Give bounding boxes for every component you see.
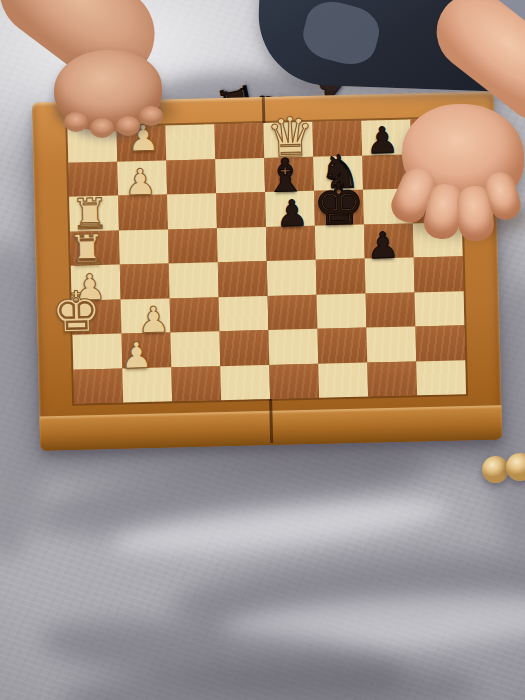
black-pawn-in-hand-h7: ♟ — [426, 160, 450, 187]
square-f3 — [317, 293, 367, 329]
square-d3 — [219, 295, 269, 331]
square-g6 — [363, 188, 413, 224]
square-f4 — [316, 259, 366, 295]
knuckle — [116, 116, 140, 136]
square-d1 — [220, 364, 270, 400]
square-d7 — [215, 158, 265, 194]
square-d6 — [216, 192, 266, 228]
white-pawn-b2: ♟ — [120, 337, 153, 374]
square-d4 — [218, 261, 268, 297]
square-e4 — [267, 260, 317, 296]
square-c7 — [166, 159, 216, 195]
black-pawn-e6: ♟ — [276, 195, 309, 232]
knuckle — [64, 112, 88, 132]
square-g3 — [366, 292, 416, 328]
square-g2 — [366, 326, 416, 362]
black-king-f6: ♚ — [312, 174, 365, 233]
square-d2 — [219, 330, 269, 366]
square-e2 — [268, 329, 318, 365]
white-king-a3: ♚ — [51, 284, 103, 341]
knuckle — [139, 106, 163, 126]
square-d5 — [217, 227, 267, 263]
square-d8 — [214, 123, 264, 159]
square-h4 — [414, 256, 464, 292]
square-c5 — [168, 228, 218, 264]
cream-piece-top — [482, 456, 509, 483]
square-c2 — [170, 331, 220, 367]
square-b5 — [119, 229, 169, 265]
square-a1 — [73, 368, 123, 404]
square-f1 — [318, 362, 368, 398]
square-h6 — [412, 187, 462, 223]
square-c3 — [170, 297, 220, 333]
square-c6 — [167, 193, 217, 229]
knuckle — [90, 118, 114, 138]
square-e1 — [269, 363, 319, 399]
white-pawn-b7: ♟ — [124, 164, 157, 201]
adult-left-fist — [46, 16, 196, 136]
square-c4 — [169, 262, 219, 298]
square-b4 — [120, 263, 170, 299]
photo-scene: Overhead photo of a folding wooden chess… — [0, 0, 525, 700]
black-pawn-g5: ♟ — [366, 227, 399, 264]
corner-fabric — [476, 0, 525, 35]
chess-board: ♟♛♟♟♝♞♟♜♚♟♜♟♟♚♟♟ — [32, 91, 502, 450]
square-h1 — [416, 360, 466, 396]
square-h5 — [413, 222, 463, 258]
square-e3 — [268, 294, 318, 330]
board-grid: ♟♛♟♟♝♞♟♜♚♟♜♟♟♚♟♟ — [67, 118, 466, 403]
square-h3 — [415, 291, 465, 327]
sleeve-patch — [298, 0, 384, 70]
square-h8 — [410, 118, 460, 154]
square-c1 — [171, 366, 221, 402]
black-pawn-g8: ♟ — [366, 122, 399, 159]
square-g1 — [367, 361, 417, 397]
square-h2 — [415, 325, 465, 361]
square-f2 — [317, 328, 367, 364]
